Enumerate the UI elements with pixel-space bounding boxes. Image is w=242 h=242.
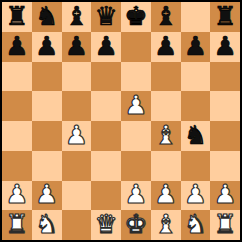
square-f7[interactable]: ♟ <box>151 32 181 62</box>
square-b8[interactable]: ♞ <box>32 2 62 32</box>
black-bishop-icon[interactable]: ♝ <box>65 3 88 29</box>
square-h5[interactable] <box>210 91 240 121</box>
black-knight-icon[interactable]: ♞ <box>184 122 207 148</box>
square-d8[interactable]: ♛ <box>91 2 121 32</box>
square-g3[interactable] <box>181 151 211 181</box>
square-b3[interactable] <box>32 151 62 181</box>
square-d5[interactable] <box>91 91 121 121</box>
square-b5[interactable] <box>32 91 62 121</box>
black-pawn-icon[interactable]: ♟ <box>65 33 88 59</box>
square-a7[interactable]: ♟ <box>2 32 32 62</box>
square-d2[interactable] <box>91 181 121 211</box>
square-a1[interactable]: ♜ <box>2 210 32 240</box>
black-knight-icon[interactable]: ♞ <box>35 3 58 29</box>
white-bishop-icon[interactable]: ♝ <box>154 122 177 148</box>
square-f2[interactable]: ♟ <box>151 181 181 211</box>
square-g7[interactable]: ♟ <box>181 32 211 62</box>
square-b6[interactable] <box>32 62 62 92</box>
black-rook-icon[interactable]: ♜ <box>5 3 28 29</box>
white-king-icon[interactable]: ♚ <box>124 211 147 237</box>
square-e7[interactable] <box>121 32 151 62</box>
white-rook-icon[interactable]: ♜ <box>213 211 236 237</box>
square-h6[interactable] <box>210 62 240 92</box>
square-a6[interactable] <box>2 62 32 92</box>
white-pawn-icon[interactable]: ♟ <box>154 181 177 207</box>
square-e2[interactable]: ♟ <box>121 181 151 211</box>
white-pawn-icon[interactable]: ♟ <box>65 122 88 148</box>
square-b4[interactable] <box>32 121 62 151</box>
square-f3[interactable] <box>151 151 181 181</box>
black-pawn-icon[interactable]: ♟ <box>184 33 207 59</box>
white-pawn-icon[interactable]: ♟ <box>124 181 147 207</box>
square-d4[interactable] <box>91 121 121 151</box>
square-d1[interactable]: ♛ <box>91 210 121 240</box>
square-e3[interactable] <box>121 151 151 181</box>
white-pawn-icon[interactable]: ♟ <box>5 181 28 207</box>
square-a3[interactable] <box>2 151 32 181</box>
white-knight-icon[interactable]: ♞ <box>184 211 207 237</box>
square-e5[interactable]: ♟ <box>121 91 151 121</box>
square-c4[interactable]: ♟ <box>62 121 92 151</box>
square-g1[interactable]: ♞ <box>181 210 211 240</box>
white-pawn-icon[interactable]: ♟ <box>213 181 236 207</box>
square-a5[interactable] <box>2 91 32 121</box>
square-d6[interactable] <box>91 62 121 92</box>
white-bishop-icon[interactable]: ♝ <box>154 211 177 237</box>
square-e6[interactable] <box>121 62 151 92</box>
black-queen-icon[interactable]: ♛ <box>94 3 117 29</box>
white-pawn-icon[interactable]: ♟ <box>124 92 147 118</box>
white-queen-icon[interactable]: ♛ <box>94 211 117 237</box>
black-rook-icon[interactable]: ♜ <box>213 3 236 29</box>
square-c6[interactable] <box>62 62 92 92</box>
square-f5[interactable] <box>151 91 181 121</box>
square-h1[interactable]: ♜ <box>210 210 240 240</box>
square-c8[interactable]: ♝ <box>62 2 92 32</box>
square-a4[interactable] <box>2 121 32 151</box>
square-e4[interactable] <box>121 121 151 151</box>
square-b7[interactable]: ♟ <box>32 32 62 62</box>
white-pawn-icon[interactable]: ♟ <box>184 181 207 207</box>
white-rook-icon[interactable]: ♜ <box>5 211 28 237</box>
square-f1[interactable]: ♝ <box>151 210 181 240</box>
square-g5[interactable] <box>181 91 211 121</box>
black-king-icon[interactable]: ♚ <box>124 3 147 29</box>
square-g2[interactable]: ♟ <box>181 181 211 211</box>
square-e1[interactable]: ♚ <box>121 210 151 240</box>
square-b1[interactable]: ♞ <box>32 210 62 240</box>
black-pawn-icon[interactable]: ♟ <box>5 33 28 59</box>
square-c1[interactable] <box>62 210 92 240</box>
square-h8[interactable]: ♜ <box>210 2 240 32</box>
black-pawn-icon[interactable]: ♟ <box>35 33 58 59</box>
square-c7[interactable]: ♟ <box>62 32 92 62</box>
square-h3[interactable] <box>210 151 240 181</box>
square-d3[interactable] <box>91 151 121 181</box>
square-b2[interactable]: ♟ <box>32 181 62 211</box>
square-a2[interactable]: ♟ <box>2 181 32 211</box>
chess-board: ♜♞♝♛♚♝♜♟♟♟♟♟♟♟♟♟♝♞♟♟♟♟♟♟♜♞♛♚♝♞♜ <box>0 0 242 242</box>
square-h7[interactable]: ♟ <box>210 32 240 62</box>
square-a8[interactable]: ♜ <box>2 2 32 32</box>
black-bishop-icon[interactable]: ♝ <box>154 3 177 29</box>
square-f4[interactable]: ♝ <box>151 121 181 151</box>
square-g8[interactable] <box>181 2 211 32</box>
black-pawn-icon[interactable]: ♟ <box>154 33 177 59</box>
square-e8[interactable]: ♚ <box>121 2 151 32</box>
square-d7[interactable]: ♟ <box>91 32 121 62</box>
black-pawn-icon[interactable]: ♟ <box>213 33 236 59</box>
square-g4[interactable]: ♞ <box>181 121 211 151</box>
square-h2[interactable]: ♟ <box>210 181 240 211</box>
white-pawn-icon[interactable]: ♟ <box>35 181 58 207</box>
black-pawn-icon[interactable]: ♟ <box>94 33 117 59</box>
square-c3[interactable] <box>62 151 92 181</box>
white-knight-icon[interactable]: ♞ <box>35 211 58 237</box>
square-c5[interactable] <box>62 91 92 121</box>
square-g6[interactable] <box>181 62 211 92</box>
square-f6[interactable] <box>151 62 181 92</box>
square-c2[interactable] <box>62 181 92 211</box>
square-f8[interactable]: ♝ <box>151 2 181 32</box>
square-h4[interactable] <box>210 121 240 151</box>
